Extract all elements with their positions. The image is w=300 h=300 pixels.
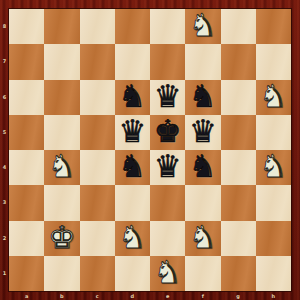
file-label-d: d [115, 294, 150, 299]
file-label-h: h [256, 294, 291, 299]
square-e3[interactable] [150, 185, 185, 220]
square-a5[interactable] [9, 115, 44, 150]
square-c2[interactable] [80, 221, 115, 256]
square-f4[interactable]: ♞ [185, 150, 220, 185]
piece-black-king-e5[interactable]: ♚ [150, 114, 185, 149]
piece-white-knight-d2[interactable]: ♞ [115, 220, 150, 255]
piece-black-queen-f5[interactable]: ♛ [185, 114, 220, 149]
square-f2[interactable]: ♞ [185, 221, 220, 256]
rank-label-8: 8 [0, 24, 9, 29]
piece-black-queen-e4[interactable]: ♛ [150, 149, 185, 184]
square-e5[interactable]: ♚ [150, 115, 185, 150]
square-h5[interactable] [256, 115, 291, 150]
square-e6[interactable]: ♛ [150, 80, 185, 115]
piece-white-knight-f8[interactable]: ♞ [185, 8, 220, 43]
square-g7[interactable] [221, 44, 256, 79]
piece-white-knight-h4[interactable]: ♞ [256, 149, 291, 184]
square-d1[interactable] [115, 256, 150, 291]
square-c6[interactable] [80, 80, 115, 115]
square-f6[interactable]: ♞ [185, 80, 220, 115]
square-a1[interactable] [9, 256, 44, 291]
square-c8[interactable] [80, 9, 115, 44]
piece-black-knight-f4[interactable]: ♞ [185, 149, 220, 184]
piece-black-knight-d6[interactable]: ♞ [115, 79, 150, 114]
file-label-a: a [9, 294, 44, 299]
square-a6[interactable] [9, 80, 44, 115]
square-a3[interactable] [9, 185, 44, 220]
file-label-f: f [185, 294, 220, 299]
square-f5[interactable]: ♛ [185, 115, 220, 150]
square-f8[interactable]: ♞ [185, 9, 220, 44]
square-d6[interactable]: ♞ [115, 80, 150, 115]
square-e7[interactable] [150, 44, 185, 79]
square-h1[interactable] [256, 256, 291, 291]
square-g1[interactable] [221, 256, 256, 291]
square-d8[interactable] [115, 9, 150, 44]
square-c4[interactable] [80, 150, 115, 185]
square-c5[interactable] [80, 115, 115, 150]
piece-white-knight-h6[interactable]: ♞ [256, 79, 291, 114]
square-g2[interactable] [221, 221, 256, 256]
piece-black-knight-f6[interactable]: ♞ [185, 79, 220, 114]
square-h6[interactable]: ♞ [256, 80, 291, 115]
chess-board: ♞♞♛♞♞♛♚♛♞♞♛♞♞♚♞♞♞ [9, 9, 291, 291]
square-h2[interactable] [256, 221, 291, 256]
square-c1[interactable] [80, 256, 115, 291]
square-g5[interactable] [221, 115, 256, 150]
square-a4[interactable] [9, 150, 44, 185]
square-b1[interactable] [44, 256, 79, 291]
square-e1[interactable]: ♞ [150, 256, 185, 291]
square-d4[interactable]: ♞ [115, 150, 150, 185]
square-g4[interactable] [221, 150, 256, 185]
square-b5[interactable] [44, 115, 79, 150]
square-h4[interactable]: ♞ [256, 150, 291, 185]
piece-white-knight-e1[interactable]: ♞ [150, 255, 185, 290]
rank-label-6: 6 [0, 95, 9, 100]
piece-white-knight-b4[interactable]: ♞ [44, 149, 79, 184]
square-c7[interactable] [80, 44, 115, 79]
square-g3[interactable] [221, 185, 256, 220]
square-b6[interactable] [44, 80, 79, 115]
chess-board-frame: ♞♞♛♞♞♛♚♛♞♞♛♞♞♚♞♞♞ 87654321abcdefgh [0, 0, 300, 300]
rank-label-3: 3 [0, 200, 9, 205]
square-f7[interactable] [185, 44, 220, 79]
square-g8[interactable] [221, 9, 256, 44]
piece-black-queen-e6[interactable]: ♛ [150, 79, 185, 114]
square-a7[interactable] [9, 44, 44, 79]
file-label-c: c [80, 294, 115, 299]
square-f1[interactable] [185, 256, 220, 291]
file-label-g: g [221, 294, 256, 299]
square-b3[interactable] [44, 185, 79, 220]
rank-label-2: 2 [0, 236, 9, 241]
square-d7[interactable] [115, 44, 150, 79]
piece-white-king-b2[interactable]: ♚ [44, 220, 79, 255]
square-a8[interactable] [9, 9, 44, 44]
square-h8[interactable] [256, 9, 291, 44]
square-d2[interactable]: ♞ [115, 221, 150, 256]
square-d5[interactable]: ♛ [115, 115, 150, 150]
file-label-b: b [44, 294, 79, 299]
square-a2[interactable] [9, 221, 44, 256]
square-e8[interactable] [150, 9, 185, 44]
square-f3[interactable] [185, 185, 220, 220]
rank-label-4: 4 [0, 165, 9, 170]
square-e4[interactable]: ♛ [150, 150, 185, 185]
square-h3[interactable] [256, 185, 291, 220]
rank-label-1: 1 [0, 271, 9, 276]
file-label-e: e [150, 294, 185, 299]
piece-black-knight-d4[interactable]: ♞ [115, 149, 150, 184]
square-e2[interactable] [150, 221, 185, 256]
square-c3[interactable] [80, 185, 115, 220]
piece-black-queen-d5[interactable]: ♛ [115, 114, 150, 149]
rank-label-5: 5 [0, 130, 9, 135]
square-b2[interactable]: ♚ [44, 221, 79, 256]
square-b4[interactable]: ♞ [44, 150, 79, 185]
piece-white-knight-f2[interactable]: ♞ [185, 220, 220, 255]
square-b7[interactable] [44, 44, 79, 79]
rank-label-7: 7 [0, 59, 9, 64]
square-h7[interactable] [256, 44, 291, 79]
square-g6[interactable] [221, 80, 256, 115]
square-d3[interactable] [115, 185, 150, 220]
square-b8[interactable] [44, 9, 79, 44]
